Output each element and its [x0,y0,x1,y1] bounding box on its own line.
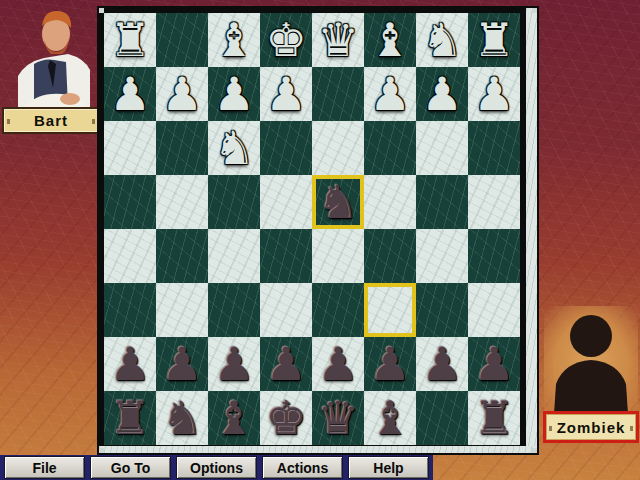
board-corner-marker [99,448,104,453]
piece-white-bishop[interactable]: ♝ [213,13,254,67]
square-a2[interactable]: ♟ [468,67,520,121]
square-c3[interactable] [364,121,416,175]
square-b5[interactable] [416,229,468,283]
menu-goto-button[interactable]: Go To [90,456,171,479]
menu-options-button[interactable]: Options [176,456,257,479]
piece-black-pawn[interactable]: ♟ [317,337,358,391]
game-window: Bart Zombiek ♜♝♚♛♝♞♜♟♟♟♟♟♟♟♞♞♟♟♟♟♟♟♟♟♜♞♝… [0,0,640,480]
square-g1[interactable] [156,13,208,67]
square-b6[interactable] [416,283,468,337]
square-d2[interactable] [312,67,364,121]
board-grid: ♜♝♚♛♝♞♜♟♟♟♟♟♟♟♞♞♟♟♟♟♟♟♟♟♜♞♝♚♛♝♜ [104,13,520,445]
square-b2[interactable]: ♟ [416,67,468,121]
piece-black-pawn[interactable]: ♟ [265,337,306,391]
board-corner-marker [532,448,537,453]
square-f1[interactable]: ♝ [208,13,260,67]
square-d3[interactable] [312,121,364,175]
board-corner-marker [532,8,537,13]
square-d1[interactable]: ♛ [312,13,364,67]
square-d5[interactable] [312,229,364,283]
square-b8[interactable] [416,391,468,445]
menu-file-button[interactable]: File [4,456,85,479]
square-h8[interactable]: ♜ [104,391,156,445]
square-g8[interactable]: ♞ [156,391,208,445]
square-f4[interactable] [208,175,260,229]
square-d8[interactable]: ♛ [312,391,364,445]
piece-black-knight[interactable]: ♞ [317,175,358,229]
piece-white-pawn[interactable]: ♟ [213,67,254,121]
square-a8[interactable]: ♜ [468,391,520,445]
square-a6[interactable] [468,283,520,337]
square-d6[interactable] [312,283,364,337]
menu-help-button[interactable]: Help [348,456,429,479]
piece-white-pawn[interactable]: ♟ [161,67,202,121]
black-player-portrait [544,306,638,414]
square-h7[interactable]: ♟ [104,337,156,391]
square-e3[interactable] [260,121,312,175]
square-b7[interactable]: ♟ [416,337,468,391]
white-player-portrait [4,4,96,107]
square-c8[interactable]: ♝ [364,391,416,445]
square-g7[interactable]: ♟ [156,337,208,391]
chess-board: ♜♝♚♛♝♞♜♟♟♟♟♟♟♟♞♞♟♟♟♟♟♟♟♟♜♞♝♚♛♝♜ [97,6,539,455]
piece-white-pawn[interactable]: ♟ [473,67,514,121]
square-g2[interactable]: ♟ [156,67,208,121]
square-a5[interactable] [468,229,520,283]
square-g3[interactable] [156,121,208,175]
square-e2[interactable]: ♟ [260,67,312,121]
piece-black-rook[interactable]: ♜ [109,391,150,445]
piece-white-pawn[interactable]: ♟ [421,67,462,121]
square-f8[interactable]: ♝ [208,391,260,445]
square-h4[interactable] [104,175,156,229]
square-b1[interactable]: ♞ [416,13,468,67]
square-b3[interactable] [416,121,468,175]
piece-white-pawn[interactable]: ♟ [109,67,150,121]
piece-white-knight[interactable]: ♞ [421,13,462,67]
white-player-name: Bart [34,112,68,129]
white-player-nameplate: Bart [2,107,100,134]
square-h6[interactable] [104,283,156,337]
square-g4[interactable] [156,175,208,229]
piece-black-queen[interactable]: ♛ [317,391,358,445]
square-c2[interactable]: ♟ [364,67,416,121]
menu-bar: File Go To Options Actions Help [0,455,433,480]
black-player-name: Zombiek [557,419,626,436]
square-c4[interactable] [364,175,416,229]
square-g5[interactable] [156,229,208,283]
square-e5[interactable] [260,229,312,283]
board-frame-right-margin [526,8,537,453]
piece-black-bishop[interactable]: ♝ [213,391,254,445]
square-c6[interactable] [364,283,416,337]
square-f7[interactable]: ♟ [208,337,260,391]
square-g6[interactable] [156,283,208,337]
square-h2[interactable]: ♟ [104,67,156,121]
piece-black-bishop[interactable]: ♝ [369,391,410,445]
piece-black-pawn[interactable]: ♟ [421,337,462,391]
square-f5[interactable] [208,229,260,283]
menu-actions-button[interactable]: Actions [262,456,343,479]
square-c1[interactable]: ♝ [364,13,416,67]
piece-black-king[interactable]: ♚ [265,391,306,445]
piece-white-bishop[interactable]: ♝ [369,13,410,67]
portrait-bart-illustration [4,4,96,107]
piece-white-pawn[interactable]: ♟ [265,67,306,121]
piece-black-pawn[interactable]: ♟ [473,337,514,391]
square-f6[interactable] [208,283,260,337]
square-h5[interactable] [104,229,156,283]
square-e1[interactable]: ♚ [260,13,312,67]
piece-white-pawn[interactable]: ♟ [369,67,410,121]
square-d7[interactable]: ♟ [312,337,364,391]
square-a7[interactable]: ♟ [468,337,520,391]
square-d4[interactable]: ♞ [312,175,364,229]
square-f2[interactable]: ♟ [208,67,260,121]
square-e7[interactable]: ♟ [260,337,312,391]
piece-black-pawn[interactable]: ♟ [161,337,202,391]
piece-white-rook[interactable]: ♜ [109,13,150,67]
piece-black-pawn[interactable]: ♟ [213,337,254,391]
square-c7[interactable]: ♟ [364,337,416,391]
square-a1[interactable]: ♜ [468,13,520,67]
square-e8[interactable]: ♚ [260,391,312,445]
square-a3[interactable] [468,121,520,175]
square-f3[interactable]: ♞ [208,121,260,175]
piece-white-rook[interactable]: ♜ [473,13,514,67]
piece-white-king[interactable]: ♚ [265,13,306,67]
piece-black-pawn[interactable]: ♟ [109,337,150,391]
piece-black-pawn[interactable]: ♟ [369,337,410,391]
square-b4[interactable] [416,175,468,229]
piece-white-queen[interactable]: ♛ [317,13,358,67]
piece-black-rook[interactable]: ♜ [473,391,514,445]
portrait-zombiek-silhouette [544,306,638,414]
black-player-nameplate: Zombiek [543,411,639,443]
piece-white-knight[interactable]: ♞ [213,121,254,175]
square-e6[interactable] [260,283,312,337]
square-h1[interactable]: ♜ [104,13,156,67]
board-frame-bottom-margin [99,446,537,453]
square-e4[interactable] [260,175,312,229]
square-a4[interactable] [468,175,520,229]
square-c5[interactable] [364,229,416,283]
piece-black-knight[interactable]: ♞ [161,391,202,445]
square-h3[interactable] [104,121,156,175]
